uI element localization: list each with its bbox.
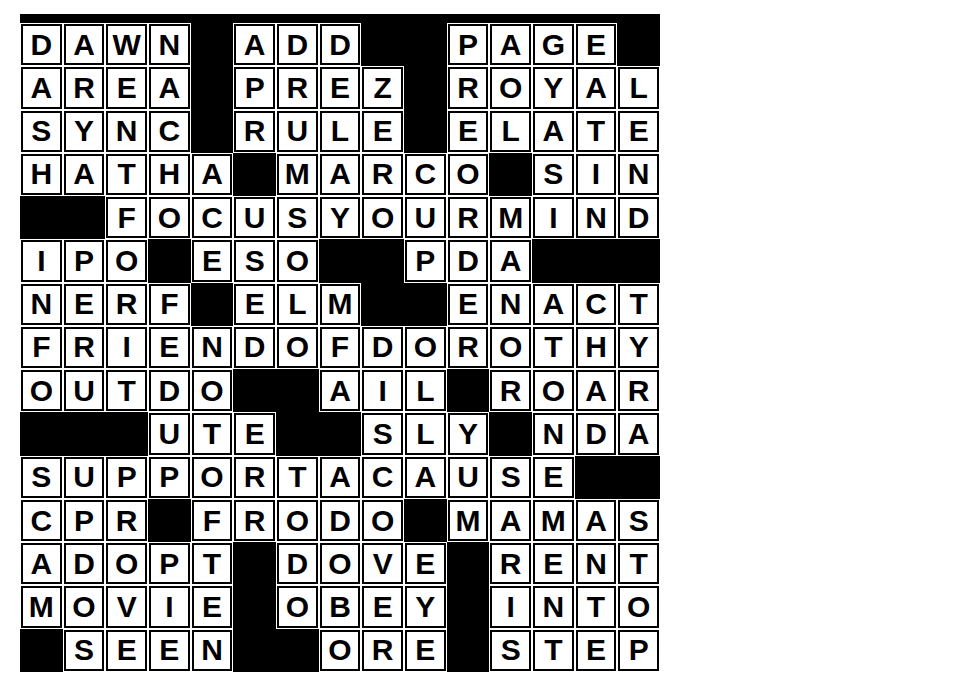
black-square-r7c5	[191, 283, 234, 326]
letter-cell-r11c13[interactable]: E	[533, 457, 574, 498]
letter-cell-r3c4[interactable]: C	[149, 111, 190, 152]
letter-cell-r11c10[interactable]: A	[405, 457, 446, 498]
letter-cell-r15c14[interactable]: E	[576, 630, 617, 671]
black-square-r10c12	[489, 412, 532, 455]
letter-cell-r12c9[interactable]: O	[362, 500, 403, 541]
letter-cell-r2c12[interactable]: O	[490, 67, 531, 108]
letter-cell-r3c12[interactable]: L	[490, 111, 531, 152]
letter-cell-r12c2[interactable]: P	[64, 500, 105, 541]
letter-cell-r4c13[interactable]: S	[533, 154, 574, 195]
black-square-r14c6	[233, 585, 276, 628]
black-square-r10c1	[20, 412, 63, 455]
letter-cell-r13c9[interactable]: V	[362, 543, 403, 584]
letter-cell-r2c13[interactable]: Y	[533, 67, 574, 108]
letter-cell-r4c4[interactable]: H	[149, 154, 190, 195]
letter-cell-r7c6[interactable]: E	[234, 284, 275, 325]
letter-cell-r7c4[interactable]: F	[149, 284, 190, 325]
black-square-r9c11	[447, 369, 490, 412]
letter-cell-r8c14[interactable]: H	[576, 327, 617, 368]
letter-cell-r7c13[interactable]: A	[533, 284, 574, 325]
crossword-puzzle: DAWNADDPAGEAREAPREZROYALSYNCRULEELATEHAT…	[20, 14, 660, 672]
letter-cell-r8c4[interactable]: E	[149, 327, 190, 368]
letter-cell-r13c14[interactable]: N	[576, 543, 617, 584]
letter-cell-r10c9[interactable]: S	[362, 413, 403, 454]
letter-cell-r1c7[interactable]: D	[277, 24, 318, 65]
letter-cell-r15c10[interactable]: E	[405, 630, 446, 671]
letter-cell-r7c1[interactable]: N	[21, 284, 62, 325]
letter-cell-r15c2[interactable]: S	[64, 630, 105, 671]
letter-cell-r14c10[interactable]: Y	[405, 586, 446, 627]
letter-cell-r3c7[interactable]: U	[277, 111, 318, 152]
letter-cell-r7c15[interactable]: T	[618, 284, 659, 325]
letter-cell-r12c5[interactable]: F	[192, 500, 233, 541]
letter-cell-r2c3[interactable]: E	[106, 67, 147, 108]
letter-cell-r12c14[interactable]: A	[576, 500, 617, 541]
black-square-r15c7	[276, 629, 319, 672]
letter-cell-r14c8[interactable]: B	[320, 586, 361, 627]
letter-cell-r3c11[interactable]: E	[448, 111, 489, 152]
letter-cell-r5c6[interactable]: U	[234, 197, 275, 238]
letter-cell-r5c13[interactable]: I	[533, 197, 574, 238]
letter-cell-r11c7[interactable]: T	[277, 457, 318, 498]
black-square-r15c11	[447, 629, 490, 672]
letter-cell-r1c1[interactable]: D	[21, 24, 62, 65]
letter-cell-r4c14[interactable]: I	[576, 154, 617, 195]
letter-cell-r3c6[interactable]: R	[234, 111, 275, 152]
letter-cell-r4c11[interactable]: O	[448, 154, 489, 195]
letter-cell-r4c1[interactable]: H	[21, 154, 62, 195]
letter-cell-r4c8[interactable]: A	[320, 154, 361, 195]
letter-cell-r5c10[interactable]: U	[405, 197, 446, 238]
letter-cell-r9c3[interactable]: T	[106, 370, 147, 411]
letter-cell-r11c12[interactable]: S	[490, 457, 531, 498]
letter-cell-r15c15[interactable]: P	[618, 630, 659, 671]
letter-cell-r7c12[interactable]: N	[490, 284, 531, 325]
black-square-r11c15	[617, 456, 660, 499]
letter-cell-r12c1[interactable]: C	[21, 500, 62, 541]
letter-cell-r15c4[interactable]: E	[149, 630, 190, 671]
black-square-r3c10	[404, 110, 447, 153]
letter-cell-r13c13[interactable]: E	[533, 543, 574, 584]
letter-cell-r9c15[interactable]: R	[618, 370, 659, 411]
letter-cell-r13c7[interactable]: D	[277, 543, 318, 584]
letter-cell-r6c3[interactable]: O	[106, 240, 147, 281]
black-square-r5c2	[63, 196, 106, 239]
letter-cell-r14c12[interactable]: I	[490, 586, 531, 627]
black-square-r1c5	[191, 23, 234, 66]
black-square-r14c11	[447, 585, 490, 628]
letter-cell-r2c7[interactable]: R	[277, 67, 318, 108]
letter-cell-r9c13[interactable]: O	[533, 370, 574, 411]
black-square-r10c8	[319, 412, 362, 455]
letter-cell-r4c5[interactable]: A	[192, 154, 233, 195]
black-square-r5c1	[20, 196, 63, 239]
letter-cell-r8c9[interactable]: D	[362, 327, 403, 368]
letter-cell-r14c2[interactable]: O	[64, 586, 105, 627]
letter-cell-r9c4[interactable]: D	[149, 370, 190, 411]
letter-cell-r8c1[interactable]: F	[21, 327, 62, 368]
letter-cell-r12c11[interactable]: M	[448, 500, 489, 541]
letter-cell-r3c1[interactable]: S	[21, 111, 62, 152]
letter-cell-r14c14[interactable]: T	[576, 586, 617, 627]
letter-cell-r9c2[interactable]: U	[64, 370, 105, 411]
letter-cell-r3c3[interactable]: N	[106, 111, 147, 152]
letter-cell-r8c13[interactable]: T	[533, 327, 574, 368]
letter-cell-r15c3[interactable]: E	[106, 630, 147, 671]
letter-cell-r4c15[interactable]: N	[618, 154, 659, 195]
letter-cell-r1c14[interactable]: E	[576, 24, 617, 65]
letter-cell-r6c7[interactable]: O	[277, 240, 318, 281]
letter-cell-r9c12[interactable]: R	[490, 370, 531, 411]
letter-cell-r7c3[interactable]: R	[106, 284, 147, 325]
letter-cell-r2c14[interactable]: A	[576, 67, 617, 108]
letter-cell-r11c4[interactable]: P	[149, 457, 190, 498]
letter-cell-r5c15[interactable]: D	[618, 197, 659, 238]
letter-cell-r3c13[interactable]: A	[533, 111, 574, 152]
letter-cell-r3c9[interactable]: E	[362, 111, 403, 152]
black-square-r6c4	[148, 239, 191, 282]
letter-cell-r1c11[interactable]: P	[448, 24, 489, 65]
letter-cell-r8c11[interactable]: R	[448, 327, 489, 368]
letter-cell-r1c4[interactable]: N	[149, 24, 190, 65]
letter-cell-r9c5[interactable]: O	[192, 370, 233, 411]
letter-cell-r3c2[interactable]: Y	[64, 111, 105, 152]
black-square-r1c15	[617, 23, 660, 66]
letter-cell-r11c1[interactable]: S	[21, 457, 62, 498]
letter-cell-r10c10[interactable]: L	[405, 413, 446, 454]
letter-cell-r15c8[interactable]: O	[320, 630, 361, 671]
letter-cell-r14c3[interactable]: V	[106, 586, 147, 627]
letter-cell-r1c13[interactable]: G	[533, 24, 574, 65]
letter-cell-r7c11[interactable]: E	[448, 284, 489, 325]
letter-cell-r2c15[interactable]: L	[618, 67, 659, 108]
letter-cell-r2c2[interactable]: R	[64, 67, 105, 108]
letter-cell-r10c11[interactable]: Y	[448, 413, 489, 454]
letter-cell-r14c1[interactable]: M	[21, 586, 62, 627]
crossword-page: DAWNADDPAGEAREAPREZROYALSYNCRULEELATEHAT…	[0, 0, 960, 686]
letter-cell-r9c8[interactable]: A	[320, 370, 361, 411]
letter-cell-r14c7[interactable]: O	[277, 586, 318, 627]
letter-cell-r3c14[interactable]: T	[576, 111, 617, 152]
letter-cell-r6c5[interactable]: E	[192, 240, 233, 281]
letter-cell-r8c5[interactable]: N	[192, 327, 233, 368]
letter-cell-r6c6[interactable]: S	[234, 240, 275, 281]
letter-cell-r6c2[interactable]: P	[64, 240, 105, 281]
letter-cell-r13c1[interactable]: A	[21, 543, 62, 584]
black-square-r6c8	[319, 239, 362, 282]
letter-cell-r2c6[interactable]: P	[234, 67, 275, 108]
letter-cell-r14c9[interactable]: E	[362, 586, 403, 627]
black-square-r10c3	[105, 412, 148, 455]
letter-cell-r12c13[interactable]: M	[533, 500, 574, 541]
black-square-r7c10	[404, 283, 447, 326]
letter-cell-r8c15[interactable]: Y	[618, 327, 659, 368]
black-square-r6c14	[575, 239, 618, 282]
letter-cell-r11c5[interactable]: O	[192, 457, 233, 498]
letter-cell-r13c10[interactable]: E	[405, 543, 446, 584]
letter-cell-r8c6[interactable]: D	[234, 327, 275, 368]
letter-cell-r13c15[interactable]: T	[618, 543, 659, 584]
letter-cell-r9c1[interactable]: O	[21, 370, 62, 411]
letter-cell-r14c13[interactable]: N	[533, 586, 574, 627]
letter-cell-r9c14[interactable]: A	[576, 370, 617, 411]
letter-cell-r6c1[interactable]: I	[21, 240, 62, 281]
black-square-r12c4	[148, 499, 191, 542]
letter-cell-r6c10[interactable]: P	[405, 240, 446, 281]
letter-cell-r7c7[interactable]: L	[277, 284, 318, 325]
letter-cell-r5c4[interactable]: O	[149, 197, 190, 238]
letter-cell-r4c2[interactable]: A	[64, 154, 105, 195]
letter-cell-r2c11[interactable]: R	[448, 67, 489, 108]
letter-cell-r2c9[interactable]: Z	[362, 67, 403, 108]
letter-cell-r12c8[interactable]: D	[320, 500, 361, 541]
black-square-r15c1	[20, 629, 63, 672]
letter-cell-r5c11[interactable]: R	[448, 197, 489, 238]
letter-cell-r14c15[interactable]: O	[618, 586, 659, 627]
letter-cell-r15c9[interactable]: R	[362, 630, 403, 671]
black-square-r2c10	[404, 66, 447, 109]
letter-cell-r12c7[interactable]: O	[277, 500, 318, 541]
letter-cell-r8c8[interactable]: F	[320, 327, 361, 368]
letter-cell-r4c9[interactable]: R	[362, 154, 403, 195]
black-square-r11c14	[575, 456, 618, 499]
letter-cell-r5c14[interactable]: N	[576, 197, 617, 238]
letter-cell-r10c4[interactable]: U	[149, 413, 190, 454]
letter-cell-r5c8[interactable]: Y	[320, 197, 361, 238]
black-square-r2c5	[191, 66, 234, 109]
letter-cell-r11c8[interactable]: A	[320, 457, 361, 498]
black-square-r1c9	[361, 23, 404, 66]
letter-cell-r13c4[interactable]: P	[149, 543, 190, 584]
letter-cell-r5c5[interactable]: C	[192, 197, 233, 238]
letter-cell-r14c5[interactable]: E	[192, 586, 233, 627]
letter-cell-r1c8[interactable]: D	[320, 24, 361, 65]
letter-cell-r1c3[interactable]: W	[106, 24, 147, 65]
black-square-r3c5	[191, 110, 234, 153]
black-square-r6c15	[617, 239, 660, 282]
letter-cell-r2c4[interactable]: A	[149, 67, 190, 108]
letter-cell-r8c10[interactable]: O	[405, 327, 446, 368]
letter-cell-r12c12[interactable]: A	[490, 500, 531, 541]
crossword-grid: DAWNADDPAGEAREAPREZROYALSYNCRULEELATEHAT…	[20, 23, 660, 672]
letter-cell-r3c8[interactable]: L	[320, 111, 361, 152]
black-square-r13c11	[447, 542, 490, 585]
letter-cell-r1c2[interactable]: A	[64, 24, 105, 65]
letter-cell-r7c2[interactable]: E	[64, 284, 105, 325]
letter-cell-r10c15[interactable]: A	[618, 413, 659, 454]
letter-cell-r4c3[interactable]: T	[106, 154, 147, 195]
letter-cell-r13c2[interactable]: D	[64, 543, 105, 584]
letter-cell-r11c3[interactable]: P	[106, 457, 147, 498]
letter-cell-r2c8[interactable]: E	[320, 67, 361, 108]
letter-cell-r13c8[interactable]: O	[320, 543, 361, 584]
letter-cell-r11c11[interactable]: U	[448, 457, 489, 498]
letter-cell-r4c10[interactable]: C	[405, 154, 446, 195]
letter-cell-r3c15[interactable]: E	[618, 111, 659, 152]
letter-cell-r1c6[interactable]: A	[234, 24, 275, 65]
letter-cell-r2c1[interactable]: A	[21, 67, 62, 108]
letter-cell-r5c7[interactable]: S	[277, 197, 318, 238]
letter-cell-r12c3[interactable]: R	[106, 500, 147, 541]
letter-cell-r11c6[interactable]: R	[234, 457, 275, 498]
letter-cell-r10c5[interactable]: T	[192, 413, 233, 454]
letter-cell-r5c12[interactable]: M	[490, 197, 531, 238]
letter-cell-r6c11[interactable]: D	[448, 240, 489, 281]
letter-cell-r11c2[interactable]: U	[64, 457, 105, 498]
black-square-r9c7	[276, 369, 319, 412]
letter-cell-r10c6[interactable]: E	[234, 413, 275, 454]
black-square-r4c6	[233, 153, 276, 196]
letter-cell-r8c3[interactable]: I	[106, 327, 147, 368]
black-square-r4c12	[489, 153, 532, 196]
grid-top-border	[20, 14, 660, 23]
black-square-r15c6	[233, 629, 276, 672]
letter-cell-r13c5[interactable]: T	[192, 543, 233, 584]
letter-cell-r14c4[interactable]: I	[149, 586, 190, 627]
letter-cell-r12c6[interactable]: R	[234, 500, 275, 541]
letter-cell-r10c14[interactable]: D	[576, 413, 617, 454]
letter-cell-r5c3[interactable]: F	[106, 197, 147, 238]
black-square-r7c9	[361, 283, 404, 326]
letter-cell-r4c7[interactable]: M	[277, 154, 318, 195]
black-square-r6c13	[532, 239, 575, 282]
black-square-r10c2	[63, 412, 106, 455]
letter-cell-r12c15[interactable]: S	[618, 500, 659, 541]
letter-cell-r10c13[interactable]: N	[533, 413, 574, 454]
letter-cell-r5c9[interactable]: O	[362, 197, 403, 238]
black-square-r1c10	[404, 23, 447, 66]
letter-cell-r6c12[interactable]: A	[490, 240, 531, 281]
letter-cell-r8c2[interactable]: R	[64, 327, 105, 368]
black-square-r6c9	[361, 239, 404, 282]
letter-cell-r1c12[interactable]: A	[490, 24, 531, 65]
letter-cell-r11c9[interactable]: C	[362, 457, 403, 498]
letter-cell-r7c14[interactable]: C	[576, 284, 617, 325]
letter-cell-r13c3[interactable]: O	[106, 543, 147, 584]
letter-cell-r13c12[interactable]: R	[490, 543, 531, 584]
black-square-r10c7	[276, 412, 319, 455]
letter-cell-r15c13[interactable]: T	[533, 630, 574, 671]
black-square-r12c10	[404, 499, 447, 542]
letter-cell-r8c7[interactable]: O	[277, 327, 318, 368]
letter-cell-r7c8[interactable]: M	[320, 284, 361, 325]
letter-cell-r15c12[interactable]: S	[490, 630, 531, 671]
letter-cell-r15c5[interactable]: N	[192, 630, 233, 671]
black-square-r9c6	[233, 369, 276, 412]
letter-cell-r9c10[interactable]: L	[405, 370, 446, 411]
black-square-r13c6	[233, 542, 276, 585]
letter-cell-r8c12[interactable]: O	[490, 327, 531, 368]
letter-cell-r9c9[interactable]: I	[362, 370, 403, 411]
